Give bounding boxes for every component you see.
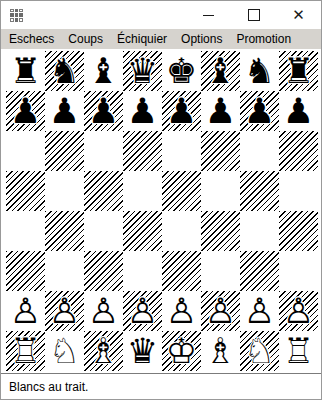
black-knight: ♞♞ <box>240 51 279 91</box>
status-text: Blancs au trait. <box>9 380 88 394</box>
square-f2[interactable]: ♟♙ <box>201 291 240 331</box>
close-icon: ✕ <box>292 8 305 23</box>
square-e3[interactable] <box>162 251 201 291</box>
black-pawn: ♟♟ <box>279 91 318 131</box>
maximize-icon <box>248 9 260 21</box>
square-a6[interactable] <box>6 131 45 171</box>
square-h8[interactable]: ♜♜ <box>279 51 318 91</box>
white-pawn: ♟♙ <box>84 291 123 331</box>
black-queen: ♛♛ <box>123 51 162 91</box>
black-pawn: ♟♟ <box>162 91 201 131</box>
menu-item-coups[interactable]: Coups <box>61 29 110 49</box>
chess-board: ♜♜♞♞♝♝♛♛♚♚♝♝♞♞♜♜♟♟♟♟♟♟♟♟♟♟♟♟♟♟♟♟♟♙♟♙♟♙♟♙… <box>6 51 318 371</box>
square-f5[interactable] <box>201 171 240 211</box>
square-d5[interactable] <box>123 171 162 211</box>
black-pawn: ♟♟ <box>201 91 240 131</box>
square-a8[interactable]: ♜♜ <box>6 51 45 91</box>
black-pawn: ♟♟ <box>6 91 45 131</box>
white-pawn: ♟♙ <box>279 291 318 331</box>
black-bishop: ♝♝ <box>201 51 240 91</box>
white-pawn: ♟♙ <box>45 291 84 331</box>
menu-item-eschecs[interactable]: Eschecs <box>2 29 61 49</box>
square-g7[interactable]: ♟♟ <box>240 91 279 131</box>
square-a1[interactable]: ♜♖ <box>6 331 45 371</box>
menu-item-echiquier[interactable]: Échiquier <box>110 29 174 49</box>
menu-item-options[interactable]: Options <box>174 29 229 49</box>
square-b1[interactable]: ♞♘ <box>45 331 84 371</box>
square-d7[interactable]: ♟♟ <box>123 91 162 131</box>
minimize-icon <box>203 15 214 16</box>
square-b2[interactable]: ♟♙ <box>45 291 84 331</box>
black-bishop: ♝♝ <box>84 51 123 91</box>
black-pawn: ♟♟ <box>240 91 279 131</box>
square-d1[interactable]: ♛♛ <box>123 331 162 371</box>
square-g6[interactable] <box>240 131 279 171</box>
black-pawn: ♟♟ <box>84 91 123 131</box>
white-pawn: ♟♙ <box>240 291 279 331</box>
square-c3[interactable] <box>84 251 123 291</box>
black-rook: ♜♜ <box>279 51 318 91</box>
square-e8[interactable]: ♚♚ <box>162 51 201 91</box>
title-bar: ✕ <box>1 1 321 29</box>
square-f7[interactable]: ♟♟ <box>201 91 240 131</box>
white-pawn: ♟♙ <box>162 291 201 331</box>
white-pawn: ♟♙ <box>201 291 240 331</box>
square-d4[interactable] <box>123 211 162 251</box>
square-a3[interactable] <box>6 251 45 291</box>
status-bar: Blancs au trait. <box>1 373 321 399</box>
square-h4[interactable] <box>279 211 318 251</box>
square-d8[interactable]: ♛♛ <box>123 51 162 91</box>
square-a4[interactable] <box>6 211 45 251</box>
square-d2[interactable]: ♟♙ <box>123 291 162 331</box>
square-d3[interactable] <box>123 251 162 291</box>
square-f6[interactable] <box>201 131 240 171</box>
square-h1[interactable]: ♜♖ <box>279 331 318 371</box>
square-b7[interactable]: ♟♟ <box>45 91 84 131</box>
square-h2[interactable]: ♟♙ <box>279 291 318 331</box>
square-h6[interactable] <box>279 131 318 171</box>
square-e7[interactable]: ♟♟ <box>162 91 201 131</box>
square-f3[interactable] <box>201 251 240 291</box>
black-king: ♚♚ <box>162 51 201 91</box>
square-h5[interactable] <box>279 171 318 211</box>
square-f8[interactable]: ♝♝ <box>201 51 240 91</box>
white-bishop: ♝♗ <box>84 331 123 371</box>
black-pawn: ♟♟ <box>123 91 162 131</box>
square-g8[interactable]: ♞♞ <box>240 51 279 91</box>
white-pawn: ♟♙ <box>6 291 45 331</box>
minimize-button[interactable] <box>186 1 231 29</box>
chess-app-window: ✕ Eschecs Coups Échiquier Options Promot… <box>0 0 322 400</box>
white-king: ♚♔ <box>162 331 201 371</box>
square-c4[interactable] <box>84 211 123 251</box>
square-c6[interactable] <box>84 131 123 171</box>
square-c5[interactable] <box>84 171 123 211</box>
maximize-button[interactable] <box>231 1 276 29</box>
square-h7[interactable]: ♟♟ <box>279 91 318 131</box>
white-pawn: ♟♙ <box>123 291 162 331</box>
square-e2[interactable]: ♟♙ <box>162 291 201 331</box>
white-rook: ♜♖ <box>6 331 45 371</box>
square-e4[interactable] <box>162 211 201 251</box>
square-b6[interactable] <box>45 131 84 171</box>
square-a5[interactable] <box>6 171 45 211</box>
black-knight: ♞♞ <box>45 51 84 91</box>
square-g3[interactable] <box>240 251 279 291</box>
white-queen: ♛♛ <box>123 331 162 371</box>
square-g2[interactable]: ♟♙ <box>240 291 279 331</box>
black-rook: ♜♜ <box>6 51 45 91</box>
square-h3[interactable] <box>279 251 318 291</box>
black-pawn: ♟♟ <box>45 91 84 131</box>
square-b5[interactable] <box>45 171 84 211</box>
square-b3[interactable] <box>45 251 84 291</box>
app-icon[interactable] <box>10 9 23 22</box>
square-g4[interactable] <box>240 211 279 251</box>
square-g5[interactable] <box>240 171 279 211</box>
square-c8[interactable]: ♝♝ <box>84 51 123 91</box>
square-f4[interactable] <box>201 211 240 251</box>
square-g1[interactable]: ♞♘ <box>240 331 279 371</box>
menu-bar: Eschecs Coups Échiquier Options Promotio… <box>1 29 321 49</box>
square-e5[interactable] <box>162 171 201 211</box>
white-knight: ♞♘ <box>45 331 84 371</box>
square-d6[interactable] <box>123 131 162 171</box>
square-e1[interactable]: ♚♔ <box>162 331 201 371</box>
square-a7[interactable]: ♟♟ <box>6 91 45 131</box>
square-c7[interactable]: ♟♟ <box>84 91 123 131</box>
square-a2[interactable]: ♟♙ <box>6 291 45 331</box>
square-f1[interactable]: ♝♗ <box>201 331 240 371</box>
square-c1[interactable]: ♝♗ <box>84 331 123 371</box>
square-c2[interactable]: ♟♙ <box>84 291 123 331</box>
close-button[interactable]: ✕ <box>276 1 321 29</box>
square-b4[interactable] <box>45 211 84 251</box>
menu-item-promotion[interactable]: Promotion <box>229 29 298 49</box>
white-bishop: ♝♗ <box>201 331 240 371</box>
white-knight: ♞♘ <box>240 331 279 371</box>
square-e6[interactable] <box>162 131 201 171</box>
white-rook: ♜♖ <box>279 331 318 371</box>
square-b8[interactable]: ♞♞ <box>45 51 84 91</box>
